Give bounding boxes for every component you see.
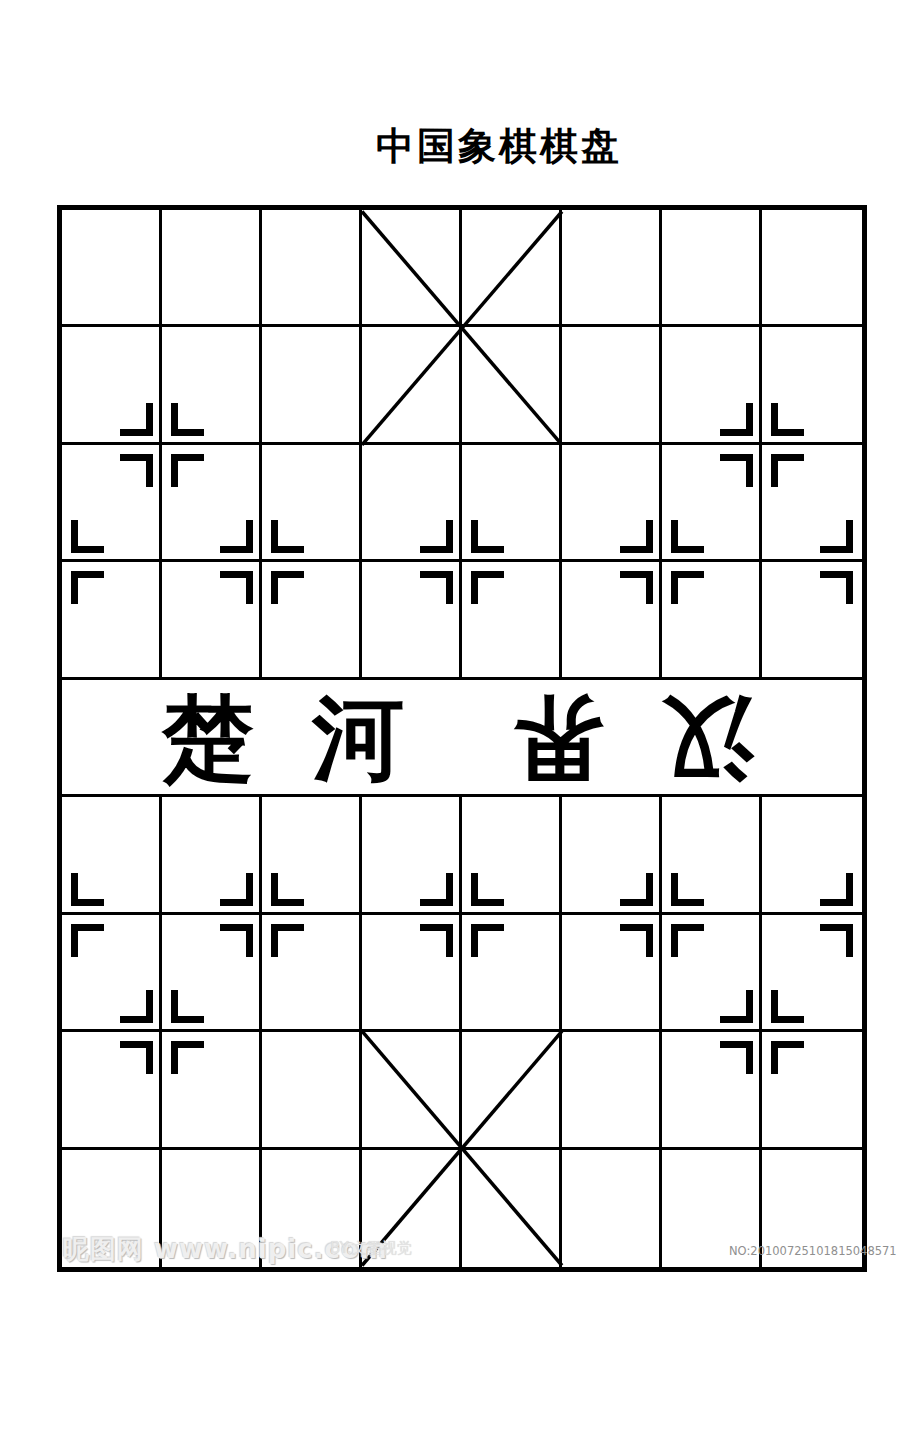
marker-corner-bracket — [771, 454, 804, 487]
marker-corner-bracket — [471, 520, 504, 553]
marker-corner-bracket — [420, 571, 453, 604]
marker-corner-bracket — [671, 873, 704, 906]
marker-corner-bracket — [71, 924, 104, 957]
marker-corner-bracket — [671, 520, 704, 553]
marker-corner-bracket — [820, 520, 853, 553]
river: 楚河 汉界 — [62, 682, 862, 795]
marker-corner-bracket — [120, 1041, 153, 1074]
marker-corner-bracket — [720, 403, 753, 436]
page-title: 中国象棋棋盘 — [0, 121, 920, 172]
marker-corner-bracket — [220, 924, 253, 957]
marker-corner-bracket — [271, 924, 304, 957]
marker-corner-bracket — [820, 571, 853, 604]
marker-corner-bracket — [720, 454, 753, 487]
marker-corner-bracket — [420, 520, 453, 553]
marker-corner-bracket — [471, 924, 504, 957]
marker-corner-bracket — [120, 403, 153, 436]
marker-corner-bracket — [720, 1041, 753, 1074]
marker-corner-bracket — [620, 873, 653, 906]
marker-corner-bracket — [771, 1041, 804, 1074]
marker-corner-bracket — [120, 990, 153, 1023]
marker-corner-bracket — [771, 403, 804, 436]
marker-corner-bracket — [71, 873, 104, 906]
marker-corner-bracket — [620, 924, 653, 957]
marker-corner-bracket — [271, 571, 304, 604]
marker-corner-bracket — [720, 990, 753, 1023]
marker-corner-bracket — [71, 571, 104, 604]
marker-corner-bracket — [471, 571, 504, 604]
marker-corner-bracket — [171, 990, 204, 1023]
marker-corner-bracket — [71, 520, 104, 553]
marker-corner-bracket — [671, 571, 704, 604]
marker-corner-bracket — [220, 571, 253, 604]
marker-corner-bracket — [171, 1041, 204, 1074]
marker-corner-bracket — [820, 873, 853, 906]
marker-corner-bracket — [671, 924, 704, 957]
marker-corner-bracket — [471, 873, 504, 906]
marker-corner-bracket — [620, 520, 653, 553]
marker-corner-bracket — [171, 403, 204, 436]
river-label-hanjie: 汉界 — [454, 682, 754, 795]
marker-corner-bracket — [220, 873, 253, 906]
marker-corner-bracket — [171, 454, 204, 487]
watermark-serial-number: NO:20100725101815048571 — [729, 1244, 897, 1258]
marker-corner-bracket — [220, 520, 253, 553]
river-label-chuhe: 楚河 — [162, 682, 462, 795]
marker-corner-bracket — [271, 873, 304, 906]
marker-corner-bracket — [820, 924, 853, 957]
watermark-author: BY:文墨视觉 — [330, 1239, 412, 1258]
marker-corner-bracket — [120, 454, 153, 487]
marker-corner-bracket — [620, 571, 653, 604]
marker-corner-bracket — [271, 520, 304, 553]
marker-corner-bracket — [420, 924, 453, 957]
marker-corner-bracket — [771, 990, 804, 1023]
marker-corner-bracket — [420, 873, 453, 906]
xiangqi-board: 楚河 汉界 — [57, 205, 867, 1272]
